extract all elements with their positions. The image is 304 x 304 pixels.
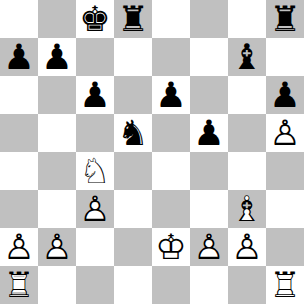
white-king-fill: ♚	[152, 228, 190, 266]
white-pawn: ♙	[228, 228, 266, 266]
square-c4[interactable]: ♞♘	[76, 152, 114, 190]
white-knight: ♘	[76, 152, 114, 190]
square-f3[interactable]	[190, 190, 228, 228]
white-pawn-fill: ♟	[38, 228, 76, 266]
square-d4[interactable]	[114, 152, 152, 190]
square-c1[interactable]	[76, 266, 114, 304]
square-d8[interactable]: ♜	[114, 0, 152, 38]
square-c8[interactable]: ♚	[76, 0, 114, 38]
square-d1[interactable]	[114, 266, 152, 304]
square-d2[interactable]	[114, 228, 152, 266]
square-e2[interactable]: ♚♔	[152, 228, 190, 266]
square-h1[interactable]: ♜♖	[266, 266, 304, 304]
square-b4[interactable]	[38, 152, 76, 190]
white-pawn-fill: ♟	[228, 228, 266, 266]
square-h3[interactable]	[266, 190, 304, 228]
square-h7[interactable]	[266, 38, 304, 76]
square-c5[interactable]	[76, 114, 114, 152]
square-e4[interactable]	[152, 152, 190, 190]
square-a3[interactable]	[0, 190, 38, 228]
black-bishop: ♝	[228, 38, 266, 76]
square-h5[interactable]: ♟♙	[266, 114, 304, 152]
white-pawn-fill: ♟	[0, 228, 38, 266]
square-a2[interactable]: ♟♙	[0, 228, 38, 266]
square-h2[interactable]	[266, 228, 304, 266]
square-d7[interactable]	[114, 38, 152, 76]
black-king: ♚	[76, 0, 114, 38]
square-a6[interactable]	[0, 76, 38, 114]
square-e8[interactable]	[152, 0, 190, 38]
square-e6[interactable]: ♟	[152, 76, 190, 114]
black-knight: ♞	[114, 114, 152, 152]
square-e3[interactable]	[152, 190, 190, 228]
white-pawn-fill: ♟	[266, 114, 304, 152]
white-knight-fill: ♞	[76, 152, 114, 190]
square-b7[interactable]: ♟	[38, 38, 76, 76]
square-c6[interactable]: ♟	[76, 76, 114, 114]
square-c2[interactable]	[76, 228, 114, 266]
square-g8[interactable]	[228, 0, 266, 38]
white-rook: ♖	[266, 266, 304, 304]
black-rook: ♜	[266, 0, 304, 38]
square-g5[interactable]	[228, 114, 266, 152]
square-f1[interactable]	[190, 266, 228, 304]
square-a5[interactable]	[0, 114, 38, 152]
square-f8[interactable]	[190, 0, 228, 38]
square-a7[interactable]: ♟	[0, 38, 38, 76]
square-g3[interactable]: ♝♗	[228, 190, 266, 228]
square-d5[interactable]: ♞	[114, 114, 152, 152]
square-h8[interactable]: ♜	[266, 0, 304, 38]
white-rook: ♖	[0, 266, 38, 304]
black-pawn: ♟	[0, 38, 38, 76]
square-g4[interactable]	[228, 152, 266, 190]
square-f5[interactable]: ♟	[190, 114, 228, 152]
white-bishop: ♗	[228, 190, 266, 228]
black-rook: ♜	[114, 0, 152, 38]
white-pawn: ♙	[266, 114, 304, 152]
square-d6[interactable]	[114, 76, 152, 114]
square-e7[interactable]	[152, 38, 190, 76]
square-f6[interactable]	[190, 76, 228, 114]
black-pawn: ♟	[152, 76, 190, 114]
square-g2[interactable]: ♟♙	[228, 228, 266, 266]
square-b5[interactable]	[38, 114, 76, 152]
white-pawn-fill: ♟	[76, 190, 114, 228]
square-f7[interactable]	[190, 38, 228, 76]
white-pawn: ♙	[76, 190, 114, 228]
square-c3[interactable]: ♟♙	[76, 190, 114, 228]
white-pawn-fill: ♟	[190, 228, 228, 266]
black-pawn: ♟	[266, 76, 304, 114]
black-pawn: ♟	[76, 76, 114, 114]
square-b6[interactable]	[38, 76, 76, 114]
square-g7[interactable]: ♝	[228, 38, 266, 76]
chess-board: ♚♜♜♟♟♝♟♟♟♞♟♟♙♞♘♟♙♝♗♟♙♟♙♚♔♟♙♟♙♜♖♜♖	[0, 0, 304, 304]
square-b2[interactable]: ♟♙	[38, 228, 76, 266]
white-rook-fill: ♜	[0, 266, 38, 304]
square-g6[interactable]	[228, 76, 266, 114]
square-f4[interactable]	[190, 152, 228, 190]
square-a8[interactable]	[0, 0, 38, 38]
white-pawn: ♙	[190, 228, 228, 266]
black-pawn: ♟	[38, 38, 76, 76]
square-e1[interactable]	[152, 266, 190, 304]
white-king: ♔	[152, 228, 190, 266]
square-h4[interactable]	[266, 152, 304, 190]
square-b3[interactable]	[38, 190, 76, 228]
square-b8[interactable]	[38, 0, 76, 38]
square-f2[interactable]: ♟♙	[190, 228, 228, 266]
white-pawn: ♙	[0, 228, 38, 266]
square-b1[interactable]	[38, 266, 76, 304]
square-d3[interactable]	[114, 190, 152, 228]
white-bishop-fill: ♝	[228, 190, 266, 228]
white-rook-fill: ♜	[266, 266, 304, 304]
white-pawn: ♙	[38, 228, 76, 266]
square-a1[interactable]: ♜♖	[0, 266, 38, 304]
black-pawn: ♟	[190, 114, 228, 152]
square-c7[interactable]	[76, 38, 114, 76]
square-g1[interactable]	[228, 266, 266, 304]
square-a4[interactable]	[0, 152, 38, 190]
square-e5[interactable]	[152, 114, 190, 152]
square-h6[interactable]: ♟	[266, 76, 304, 114]
